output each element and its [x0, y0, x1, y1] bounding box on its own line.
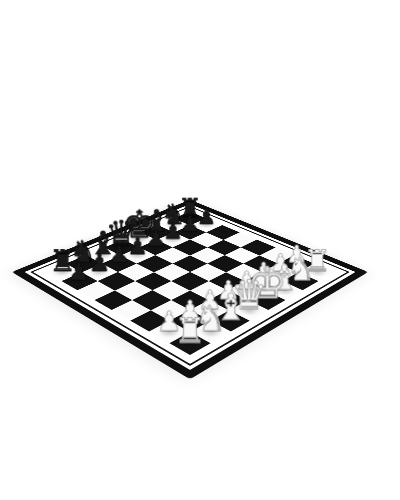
- chess-set-photo: ♜♞♟♝♟♚♟♛♟♝♟♞♟♟♜♟♟♜♟♟♞♟♝♟♚♟♛♟♝♟♞♜: [0, 0, 400, 500]
- scene: ♜♞♟♝♟♚♟♛♟♝♟♞♟♟♜♟♟♜♟♟♞♟♝♟♚♟♛♟♝♟♞♜: [0, 0, 400, 500]
